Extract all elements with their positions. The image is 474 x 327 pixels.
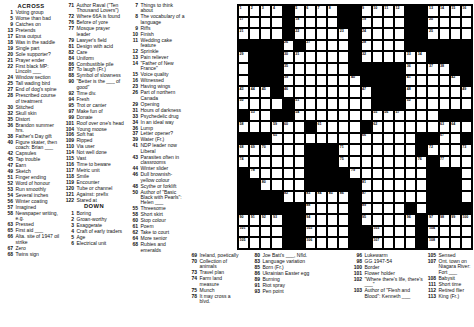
grid-cell[interactable] [316, 214, 327, 226]
grid-cell[interactable]: 13 [427, 5, 438, 17]
grid-cell[interactable] [349, 110, 360, 122]
grid-cell[interactable] [316, 17, 327, 29]
grid-cell[interactable]: 32 [361, 51, 372, 63]
grid-cell[interactable] [249, 28, 260, 40]
grid-cell[interactable] [394, 133, 405, 145]
grid-cell[interactable] [316, 110, 327, 122]
grid-cell[interactable] [294, 156, 305, 168]
grid-cell[interactable] [338, 63, 349, 75]
grid-cell[interactable] [461, 28, 472, 40]
grid-cell[interactable] [271, 168, 282, 180]
grid-cell[interactable] [283, 168, 294, 180]
across-clue-40[interactable]: 40Figure skater, then coach: Brian ___ [2, 140, 60, 151]
grid-cell[interactable]: 67 [439, 133, 450, 145]
grid-cell[interactable]: 108 [427, 237, 438, 249]
grid-cell[interactable] [416, 179, 427, 191]
grid-cell[interactable]: 77 [439, 156, 450, 168]
grid-cell[interactable]: 52 [405, 98, 416, 110]
grid-cell[interactable] [305, 133, 316, 145]
grid-cell[interactable] [372, 156, 383, 168]
grid-cell[interactable]: 38 [439, 63, 450, 75]
grid-cell[interactable] [383, 144, 394, 156]
grid-cell[interactable]: 97 [427, 214, 438, 226]
grid-cell[interactable]: 23 [338, 28, 349, 40]
grid-cell[interactable] [305, 75, 316, 87]
grid-cell[interactable] [327, 75, 338, 87]
grid-cell[interactable] [260, 156, 271, 168]
grid-cell[interactable] [271, 28, 282, 40]
grid-cell[interactable] [439, 98, 450, 110]
grid-cell[interactable] [260, 226, 271, 238]
grid-cell[interactable] [372, 28, 383, 40]
grid-cell[interactable]: 42 [450, 75, 461, 87]
grid-cell[interactable] [338, 86, 349, 98]
grid-cell[interactable] [316, 203, 327, 215]
grid-cell[interactable] [249, 156, 260, 168]
grid-cell[interactable] [271, 144, 282, 156]
grid-cell[interactable]: 106 [305, 237, 316, 249]
grid-cell[interactable] [439, 75, 450, 87]
grid-cell[interactable] [383, 121, 394, 133]
grid-cell[interactable] [294, 179, 305, 191]
grid-cell[interactable] [450, 98, 461, 110]
grid-cell[interactable] [372, 133, 383, 145]
grid-cell[interactable]: 45 [260, 86, 271, 98]
grid-cell[interactable] [338, 226, 349, 238]
grid-cell[interactable] [338, 133, 349, 145]
down-clue-78[interactable]: 78It may cross a blvd. [186, 294, 240, 305]
grid-cell[interactable]: 37 [427, 63, 438, 75]
grid-cell[interactable] [238, 63, 249, 75]
grid-cell[interactable]: 46 [283, 86, 294, 98]
grid-cell[interactable] [338, 203, 349, 215]
grid-cell[interactable] [260, 237, 271, 249]
grid-cell[interactable] [361, 144, 372, 156]
grid-cell[interactable] [461, 237, 472, 249]
grid-cell[interactable] [405, 179, 416, 191]
grid-cell[interactable] [383, 40, 394, 52]
grid-cell[interactable]: 48 [405, 86, 416, 98]
grid-cell[interactable] [439, 17, 450, 29]
grid-cell[interactable]: 15 [450, 5, 461, 17]
across-clue-77[interactable]: 77Mosque prayer leader [63, 26, 125, 37]
grid-cell[interactable] [327, 98, 338, 110]
grid-cell[interactable] [427, 110, 438, 122]
grid-cell[interactable] [349, 133, 360, 145]
grid-cell[interactable] [260, 110, 271, 122]
grid-cell[interactable]: 91 [249, 214, 260, 226]
grid-cell[interactable] [427, 121, 438, 133]
grid-cell[interactable] [405, 237, 416, 249]
grid-cell[interactable] [294, 133, 305, 145]
grid-cell[interactable]: 64 [450, 121, 461, 133]
grid-cell[interactable] [327, 63, 338, 75]
grid-cell[interactable] [394, 214, 405, 226]
grid-cell[interactable] [394, 226, 405, 238]
grid-cell[interactable]: 24 [361, 28, 372, 40]
across-clue-90[interactable]: 90"Better is the ___ of good" [63, 79, 125, 90]
down-clue-102[interactable]: 102"Where there's life, there's ___" [351, 277, 423, 288]
grid-cell[interactable] [416, 203, 427, 215]
grid-cell[interactable] [416, 191, 427, 203]
grid-cell[interactable]: 5 [294, 5, 305, 17]
grid-cell[interactable] [283, 133, 294, 145]
grid-cell[interactable] [372, 168, 383, 180]
grid-cell[interactable] [249, 237, 260, 249]
grid-cell[interactable] [271, 226, 282, 238]
grid-cell[interactable]: 102 [305, 226, 316, 238]
grid-cell[interactable] [260, 98, 271, 110]
grid-cell[interactable]: 3 [260, 5, 271, 17]
grid-cell[interactable] [260, 121, 271, 133]
grid-cell[interactable]: 83 [305, 191, 316, 203]
grid-cell[interactable] [383, 17, 394, 29]
grid-cell[interactable]: 78 [249, 168, 260, 180]
grid-cell[interactable] [283, 156, 294, 168]
grid-cell[interactable]: 85 [327, 191, 338, 203]
grid-cell[interactable] [416, 98, 427, 110]
grid-cell[interactable] [305, 63, 316, 75]
grid-cell[interactable]: 50 [238, 98, 249, 110]
grid-cell[interactable] [372, 203, 383, 215]
grid-cell[interactable] [439, 144, 450, 156]
grid-cell[interactable] [271, 98, 282, 110]
down-clue-6[interactable]: 6Electrical unit [63, 241, 125, 246]
grid-cell[interactable] [327, 133, 338, 145]
grid-cell[interactable] [461, 179, 472, 191]
grid-cell[interactable] [316, 51, 327, 63]
grid-cell[interactable] [416, 63, 427, 75]
grid-cell[interactable] [361, 98, 372, 110]
grid-cell[interactable] [372, 40, 383, 52]
grid-cell[interactable] [338, 51, 349, 63]
grid-cell[interactable]: 27 [305, 40, 316, 52]
grid-cell[interactable] [461, 191, 472, 203]
grid-cell[interactable]: 9 [361, 5, 372, 17]
grid-cell[interactable] [305, 17, 316, 29]
grid-cell[interactable] [372, 51, 383, 63]
grid-cell[interactable] [305, 28, 316, 40]
down-clue-103[interactable]: 103Author of "Flesh and Blood": Kenneth … [351, 288, 423, 299]
grid-cell[interactable]: 28 [361, 40, 372, 52]
grid-cell[interactable]: 68 [238, 144, 249, 156]
grid-cell[interactable] [383, 156, 394, 168]
grid-cell[interactable] [249, 17, 260, 29]
grid-cell[interactable] [349, 156, 360, 168]
grid-cell[interactable] [327, 203, 338, 215]
grid-cell[interactable] [394, 237, 405, 249]
grid-cell[interactable] [405, 110, 416, 122]
grid-cell[interactable] [383, 179, 394, 191]
grid-cell[interactable] [283, 144, 294, 156]
grid-cell[interactable] [439, 237, 450, 249]
grid-cell[interactable]: 84 [316, 191, 327, 203]
grid-cell[interactable] [316, 133, 327, 145]
grid-cell[interactable]: 75 [338, 156, 349, 168]
grid-cell[interactable] [372, 144, 383, 156]
grid-cell[interactable]: 66 [361, 133, 372, 145]
grid-cell[interactable]: 93 [271, 214, 282, 226]
grid-cell[interactable] [283, 179, 294, 191]
grid-cell[interactable]: 17 [238, 17, 249, 29]
grid-cell[interactable] [427, 86, 438, 98]
grid-cell[interactable] [405, 168, 416, 180]
grid-cell[interactable]: 100 [461, 214, 472, 226]
grid-cell[interactable] [461, 121, 472, 133]
grid-cell[interactable]: 72 [427, 144, 438, 156]
grid-cell[interactable] [405, 191, 416, 203]
grid-cell[interactable]: 58 [238, 121, 249, 133]
grid-cell[interactable] [450, 226, 461, 238]
grid-cell[interactable]: 88 [305, 203, 316, 215]
grid-cell[interactable] [294, 86, 305, 98]
grid-cell[interactable] [405, 133, 416, 145]
grid-cell[interactable]: 6 [305, 5, 316, 17]
grid-cell[interactable]: 34 [416, 51, 427, 63]
grid-cell[interactable]: 18 [294, 17, 305, 29]
grid-cell[interactable]: 1 [238, 5, 249, 17]
grid-cell[interactable] [305, 98, 316, 110]
grid-cell[interactable] [327, 110, 338, 122]
grid-cell[interactable] [294, 63, 305, 75]
grid-cell[interactable]: 95 [361, 214, 372, 226]
grid-cell[interactable]: 87 [361, 191, 372, 203]
down-clue-70[interactable]: 70Collection of animals [186, 259, 240, 270]
grid-cell[interactable] [327, 226, 338, 238]
grid-cell[interactable]: 74 [238, 156, 249, 168]
grid-cell[interactable]: 98 [439, 214, 450, 226]
grid-cell[interactable]: 71 [338, 144, 349, 156]
grid-cell[interactable] [271, 17, 282, 29]
grid-cell[interactable]: 35 [283, 63, 294, 75]
grid-cell[interactable] [461, 98, 472, 110]
grid-cell[interactable]: 80 [260, 179, 271, 191]
grid-cell[interactable] [327, 17, 338, 29]
grid-cell[interactable] [338, 121, 349, 133]
grid-cell[interactable] [394, 17, 405, 29]
grid-cell[interactable] [238, 75, 249, 87]
grid-cell[interactable]: 81 [361, 179, 372, 191]
grid-cell[interactable]: 86 [338, 191, 349, 203]
grid-cell[interactable] [327, 40, 338, 52]
grid-cell[interactable] [327, 86, 338, 98]
grid-cell[interactable] [349, 121, 360, 133]
grid-cell[interactable] [405, 226, 416, 238]
across-clue-28[interactable]: 28Prescribed course of treatment [2, 93, 60, 104]
across-clue-58[interactable]: 58Newspaper writing, e.g. [2, 211, 60, 222]
grid-cell[interactable]: 92 [260, 214, 271, 226]
grid-cell[interactable]: 59 [271, 121, 282, 133]
grid-cell[interactable] [260, 168, 271, 180]
across-clue-22[interactable]: 22First black MP: Lincoln ___ [2, 64, 60, 75]
across-clue-71[interactable]: 71Author Raval ("Ten Thousand Lovers") [63, 3, 125, 14]
grid-cell[interactable] [260, 28, 271, 40]
grid-cell[interactable] [372, 191, 383, 203]
grid-cell[interactable]: 90 [238, 214, 249, 226]
grid-cell[interactable] [372, 17, 383, 29]
down-clue-8[interactable]: 8The vocabulary of a language [127, 14, 186, 25]
grid-cell[interactable]: 25 [427, 28, 438, 40]
grid-cell[interactable]: 47 [361, 86, 372, 98]
grid-cell[interactable]: 104 [427, 226, 438, 238]
grid-cell[interactable] [416, 110, 427, 122]
grid-cell[interactable]: 36 [405, 63, 416, 75]
down-clue-113[interactable]: 113King (Fr.) [425, 294, 473, 299]
grid-cell[interactable]: 62 [372, 121, 383, 133]
across-clue-68[interactable]: 68Twins sign [2, 252, 60, 257]
grid-cell[interactable] [383, 133, 394, 145]
grid-cell[interactable] [338, 237, 349, 249]
across-clue-36[interactable]: 36Brandon summer hrs. [2, 123, 60, 134]
grid-cell[interactable]: 14 [439, 5, 450, 17]
grid-cell[interactable] [249, 226, 260, 238]
grid-cell[interactable] [294, 144, 305, 156]
grid-cell[interactable] [405, 144, 416, 156]
grid-cell[interactable] [383, 168, 394, 180]
grid-cell[interactable] [416, 75, 427, 87]
grid-cell[interactable] [316, 98, 327, 110]
grid-cell[interactable] [327, 28, 338, 40]
grid-cell[interactable] [372, 179, 383, 191]
grid-cell[interactable] [416, 121, 427, 133]
grid-cell[interactable]: 55 [372, 110, 383, 122]
grid-cell[interactable] [427, 98, 438, 110]
grid-cell[interactable] [383, 203, 394, 215]
down-clue-14[interactable]: 14"Father of New France" [127, 61, 186, 72]
grid-cell[interactable] [338, 40, 349, 52]
grid-cell[interactable]: 43 [238, 86, 249, 98]
grid-cell[interactable]: 20 [427, 17, 438, 29]
grid-cell[interactable]: 40 [349, 75, 360, 87]
grid-cell[interactable] [294, 75, 305, 87]
grid-cell[interactable]: 19 [361, 17, 372, 29]
grid-cell[interactable]: 12 [394, 5, 405, 17]
down-clue-46[interactable]: 46Dull brownish-yellow colour [127, 172, 186, 183]
grid-cell[interactable] [461, 17, 472, 29]
grid-cell[interactable] [305, 110, 316, 122]
down-clue-43[interactable]: 43Parasites often in classrooms [127, 155, 186, 166]
grid-cell[interactable] [316, 86, 327, 98]
grid-cell[interactable] [405, 121, 416, 133]
grid-cell[interactable] [349, 144, 360, 156]
down-clue-7[interactable]: 7Things to think about [127, 3, 186, 14]
grid-cell[interactable] [383, 191, 394, 203]
grid-cell[interactable] [405, 156, 416, 168]
grid-cell[interactable] [394, 156, 405, 168]
grid-cell[interactable]: 82 [283, 191, 294, 203]
grid-cell[interactable] [439, 86, 450, 98]
grid-cell[interactable] [249, 121, 260, 133]
grid-cell[interactable]: 2 [249, 5, 260, 17]
grid-cell[interactable] [461, 156, 472, 168]
grid-cell[interactable] [316, 226, 327, 238]
grid-cell[interactable]: 30 [283, 51, 294, 63]
down-clue-107[interactable]: 107Ont. town on Niagara River: Fort ___ [425, 259, 473, 275]
grid-cell[interactable] [383, 237, 394, 249]
grid-cell[interactable] [394, 179, 405, 191]
grid-cell[interactable]: 7 [316, 5, 327, 17]
down-clue-26[interactable]: 26Part of northern Canada [127, 90, 186, 101]
grid-cell[interactable]: 4 [271, 5, 282, 17]
grid-cell[interactable] [271, 156, 282, 168]
grid-cell[interactable] [294, 168, 305, 180]
grid-cell[interactable]: 96 [405, 214, 416, 226]
grid-cell[interactable] [294, 121, 305, 133]
grid-cell[interactable] [271, 179, 282, 191]
grid-cell[interactable] [316, 40, 327, 52]
grid-cell[interactable] [461, 168, 472, 180]
grid-cell[interactable] [361, 156, 372, 168]
grid-cell[interactable]: 70 [260, 144, 271, 156]
grid-cell[interactable]: 65 [271, 133, 282, 145]
grid-cell[interactable]: 89 [361, 203, 372, 215]
grid-cell[interactable]: 56 [383, 110, 394, 122]
grid-cell[interactable]: 26 [283, 40, 294, 52]
grid-cell[interactable]: 101 [238, 226, 249, 238]
grid-cell[interactable] [394, 144, 405, 156]
grid-cell[interactable]: 54 [294, 110, 305, 122]
grid-cell[interactable] [361, 168, 372, 180]
grid-cell[interactable]: 51 [294, 98, 305, 110]
grid-cell[interactable]: 41 [405, 75, 416, 87]
grid-cell[interactable] [327, 237, 338, 249]
grid-cell[interactable] [450, 133, 461, 145]
grid-cell[interactable] [394, 191, 405, 203]
down-clue-74[interactable]: 74Farm land measure [186, 276, 240, 287]
grid-cell[interactable] [305, 51, 316, 63]
grid-cell[interactable] [349, 86, 360, 98]
grid-cell[interactable]: 76 [416, 156, 427, 168]
grid-cell[interactable]: 53 [249, 110, 260, 122]
grid-cell[interactable] [439, 28, 450, 40]
down-clue-11[interactable]: 11Wedding cake feature [127, 38, 186, 49]
grid-cell[interactable] [394, 121, 405, 133]
grid-cell[interactable] [450, 237, 461, 249]
grid-cell[interactable]: 73 [461, 144, 472, 156]
grid-cell[interactable]: 8 [327, 5, 338, 17]
grid-cell[interactable] [450, 86, 461, 98]
grid-cell[interactable] [394, 203, 405, 215]
grid-cell[interactable] [271, 237, 282, 249]
grid-cell[interactable]: 11 [383, 5, 394, 17]
grid-cell[interactable] [372, 214, 383, 226]
grid-cell[interactable] [349, 98, 360, 110]
grid-cell[interactable]: 69 [249, 144, 260, 156]
grid-cell[interactable] [249, 98, 260, 110]
grid-cell[interactable] [427, 75, 438, 87]
grid-cell[interactable] [383, 28, 394, 40]
grid-cell[interactable] [461, 226, 472, 238]
grid-cell[interactable]: 22 [294, 28, 305, 40]
across-clue-66[interactable]: 66Alta. site of 1947 oil strike [2, 234, 60, 245]
grid-cell[interactable]: 21 [238, 28, 249, 40]
grid-cell[interactable] [450, 156, 461, 168]
grid-cell[interactable]: 79 [349, 168, 360, 180]
grid-cell[interactable]: 60 [283, 121, 294, 133]
grid-cell[interactable]: 61 [316, 121, 327, 133]
grid-cell[interactable] [327, 214, 338, 226]
grid-cell[interactable] [305, 86, 316, 98]
grid-cell[interactable] [394, 28, 405, 40]
grid-cell[interactable] [416, 86, 427, 98]
grid-cell[interactable] [338, 75, 349, 87]
down-clue-93[interactable]: 93Pen point [249, 289, 315, 294]
grid-cell[interactable] [260, 17, 271, 29]
grid-cell[interactable]: 29 [238, 51, 249, 63]
grid-cell[interactable]: 99 [450, 214, 461, 226]
grid-cell[interactable]: 44 [249, 86, 260, 98]
down-clue-50[interactable]: 50Author of "Basic Black with Pearls": H… [127, 190, 186, 206]
